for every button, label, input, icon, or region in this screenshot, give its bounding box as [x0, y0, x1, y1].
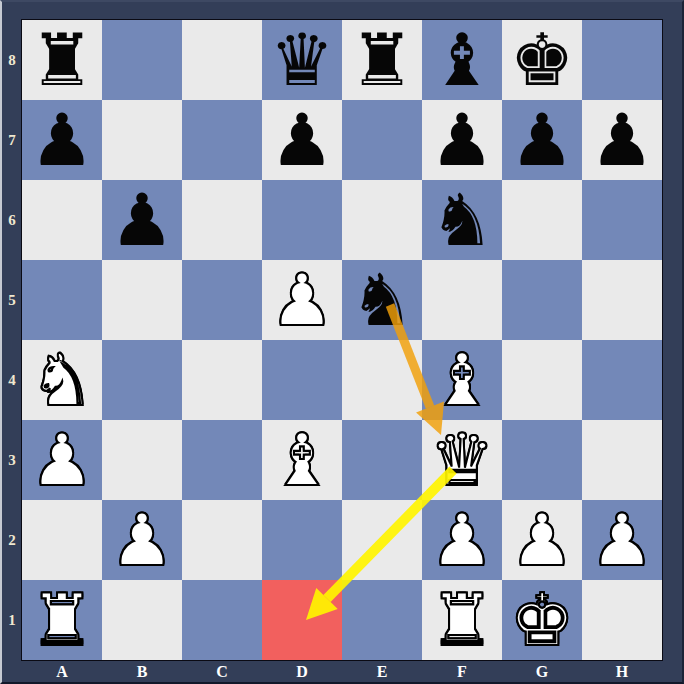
square-e8[interactable]: ♜ — [342, 20, 422, 100]
square-c7[interactable] — [182, 100, 262, 180]
square-e3[interactable] — [342, 420, 422, 500]
rank-label-7: 7 — [2, 100, 22, 180]
square-f5[interactable] — [422, 260, 502, 340]
chess-board: ♜♛♜♝♚♟♟♟♟♟♟♞♟♞♞♝♟♝♛♟♟♟♟♜♜♚ — [22, 20, 662, 660]
square-g3[interactable] — [502, 420, 582, 500]
square-d3[interactable]: ♝ — [262, 420, 342, 500]
black-queen-d8[interactable]: ♛ — [270, 20, 335, 100]
square-h2[interactable]: ♟ — [582, 500, 662, 580]
black-rook-a8[interactable]: ♜ — [30, 20, 95, 100]
file-label-a: A — [22, 661, 102, 683]
black-pawn-h7[interactable]: ♟ — [590, 100, 655, 180]
square-e7[interactable] — [342, 100, 422, 180]
black-knight-e5[interactable]: ♞ — [350, 260, 415, 340]
black-bishop-f8[interactable]: ♝ — [430, 20, 495, 100]
square-h3[interactable] — [582, 420, 662, 500]
square-g4[interactable] — [502, 340, 582, 420]
square-a1[interactable]: ♜ — [22, 580, 102, 660]
file-label-c: C — [182, 661, 262, 683]
chess-board-window: ♜♛♜♝♚♟♟♟♟♟♟♞♟♞♞♝♟♝♛♟♟♟♟♜♜♚ 87654321 ABCD… — [0, 0, 684, 684]
square-c4[interactable] — [182, 340, 262, 420]
rank-label-8: 8 — [2, 20, 22, 100]
rank-label-2: 2 — [2, 500, 22, 580]
square-f1[interactable]: ♜ — [422, 580, 502, 660]
square-f2[interactable]: ♟ — [422, 500, 502, 580]
rank-label-5: 5 — [2, 260, 22, 340]
square-b5[interactable] — [102, 260, 182, 340]
white-bishop-f4[interactable]: ♝ — [430, 340, 495, 420]
white-bishop-d3[interactable]: ♝ — [270, 420, 335, 500]
black-pawn-g7[interactable]: ♟ — [510, 100, 575, 180]
square-d7[interactable]: ♟ — [262, 100, 342, 180]
square-g5[interactable] — [502, 260, 582, 340]
square-d5[interactable]: ♟ — [262, 260, 342, 340]
square-d2[interactable] — [262, 500, 342, 580]
square-a6[interactable] — [22, 180, 102, 260]
rank-label-6: 6 — [2, 180, 22, 260]
rank-coordinates: 87654321 — [2, 20, 22, 660]
square-c8[interactable] — [182, 20, 262, 100]
square-f3[interactable]: ♛ — [422, 420, 502, 500]
square-c5[interactable] — [182, 260, 262, 340]
square-a2[interactable] — [22, 500, 102, 580]
square-b8[interactable] — [102, 20, 182, 100]
file-label-e: E — [342, 661, 422, 683]
square-g6[interactable] — [502, 180, 582, 260]
square-d6[interactable] — [262, 180, 342, 260]
rank-label-1: 1 — [2, 580, 22, 660]
square-c6[interactable] — [182, 180, 262, 260]
file-label-f: F — [422, 661, 502, 683]
black-pawn-a7[interactable]: ♟ — [30, 100, 95, 180]
square-f6[interactable]: ♞ — [422, 180, 502, 260]
square-a8[interactable]: ♜ — [22, 20, 102, 100]
square-h7[interactable]: ♟ — [582, 100, 662, 180]
black-king-g8[interactable]: ♚ — [510, 20, 575, 100]
white-pawn-h2[interactable]: ♟ — [590, 500, 655, 580]
white-pawn-g2[interactable]: ♟ — [510, 500, 575, 580]
square-e5[interactable]: ♞ — [342, 260, 422, 340]
square-f4[interactable]: ♝ — [422, 340, 502, 420]
square-g8[interactable]: ♚ — [502, 20, 582, 100]
square-h1[interactable] — [582, 580, 662, 660]
white-rook-f1[interactable]: ♜ — [430, 580, 495, 660]
black-rook-e8[interactable]: ♜ — [350, 20, 415, 100]
square-h6[interactable] — [582, 180, 662, 260]
square-d1[interactable] — [262, 580, 342, 660]
square-g1[interactable]: ♚ — [502, 580, 582, 660]
rank-label-3: 3 — [2, 420, 22, 500]
square-d8[interactable]: ♛ — [262, 20, 342, 100]
file-label-d: D — [262, 661, 342, 683]
white-pawn-a3[interactable]: ♟ — [30, 420, 95, 500]
black-pawn-b6[interactable]: ♟ — [110, 180, 175, 260]
square-b2[interactable]: ♟ — [102, 500, 182, 580]
square-b6[interactable]: ♟ — [102, 180, 182, 260]
square-a7[interactable]: ♟ — [22, 100, 102, 180]
square-a3[interactable]: ♟ — [22, 420, 102, 500]
black-knight-f6[interactable]: ♞ — [430, 180, 495, 260]
black-pawn-d7[interactable]: ♟ — [270, 100, 335, 180]
white-knight-a4[interactable]: ♞ — [30, 340, 95, 420]
white-queen-f3[interactable]: ♛ — [430, 420, 495, 500]
white-pawn-b2[interactable]: ♟ — [110, 500, 175, 580]
white-pawn-f2[interactable]: ♟ — [430, 500, 495, 580]
square-b3[interactable] — [102, 420, 182, 500]
file-label-b: B — [102, 661, 182, 683]
square-a5[interactable] — [22, 260, 102, 340]
square-b4[interactable] — [102, 340, 182, 420]
square-h8[interactable] — [582, 20, 662, 100]
square-c1[interactable] — [182, 580, 262, 660]
square-b1[interactable] — [102, 580, 182, 660]
square-g7[interactable]: ♟ — [502, 100, 582, 180]
square-h5[interactable] — [582, 260, 662, 340]
square-e2[interactable] — [342, 500, 422, 580]
white-king-g1[interactable]: ♚ — [510, 580, 575, 660]
square-e6[interactable] — [342, 180, 422, 260]
file-label-h: H — [582, 661, 662, 683]
square-c2[interactable] — [182, 500, 262, 580]
square-g2[interactable]: ♟ — [502, 500, 582, 580]
square-b7[interactable] — [102, 100, 182, 180]
square-a4[interactable]: ♞ — [22, 340, 102, 420]
file-coordinates: ABCDEFGH — [22, 661, 662, 683]
white-pawn-d5[interactable]: ♟ — [270, 260, 335, 340]
white-rook-a1[interactable]: ♜ — [30, 580, 95, 660]
square-e4[interactable] — [342, 340, 422, 420]
square-d4[interactable] — [262, 340, 342, 420]
black-pawn-f7[interactable]: ♟ — [430, 100, 495, 180]
square-f7[interactable]: ♟ — [422, 100, 502, 180]
square-f8[interactable]: ♝ — [422, 20, 502, 100]
rank-label-4: 4 — [2, 340, 22, 420]
square-c3[interactable] — [182, 420, 262, 500]
square-h4[interactable] — [582, 340, 662, 420]
square-e1[interactable] — [342, 580, 422, 660]
file-label-g: G — [502, 661, 582, 683]
